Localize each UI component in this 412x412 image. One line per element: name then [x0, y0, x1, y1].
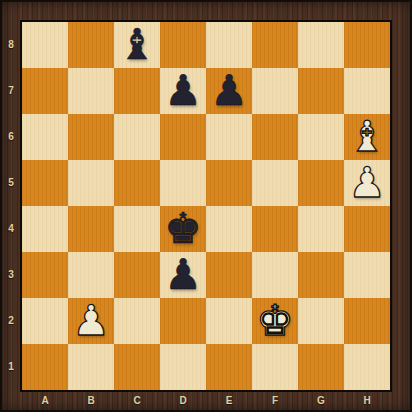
square-a8[interactable]	[22, 22, 68, 68]
piece-white-pawn[interactable]: ♟	[68, 298, 114, 344]
square-b5[interactable]	[68, 160, 114, 206]
square-d4[interactable]: ♚	[160, 206, 206, 252]
piece-white-pawn[interactable]: ♟	[344, 160, 390, 206]
square-g7[interactable]	[298, 68, 344, 114]
square-a2[interactable]	[22, 298, 68, 344]
square-c3[interactable]	[114, 252, 160, 298]
piece-white-king[interactable]: ♚	[252, 298, 298, 344]
square-b8[interactable]	[68, 22, 114, 68]
square-g6[interactable]	[298, 114, 344, 160]
square-c8[interactable]: ♝	[114, 22, 160, 68]
square-a7[interactable]	[22, 68, 68, 114]
square-c7[interactable]	[114, 68, 160, 114]
square-c2[interactable]	[114, 298, 160, 344]
square-f8[interactable]	[252, 22, 298, 68]
square-e3[interactable]	[206, 252, 252, 298]
square-e4[interactable]	[206, 206, 252, 252]
chess-board: ♝♟♟♝♟♚♟♟♚	[20, 20, 392, 392]
chessboard-window: ♝♟♟♝♟♚♟♟♚ 8A7B6C5D4E3F2G1H	[0, 0, 412, 412]
rank-label-8: 8	[2, 22, 20, 68]
rank-label-3: 3	[2, 252, 20, 298]
square-b2[interactable]: ♟	[68, 298, 114, 344]
file-label-g: G	[298, 392, 344, 410]
square-g2[interactable]	[298, 298, 344, 344]
file-label-e: E	[206, 392, 252, 410]
rank-label-7: 7	[2, 68, 20, 114]
rank-label-5: 5	[2, 160, 20, 206]
square-d2[interactable]	[160, 298, 206, 344]
square-c5[interactable]	[114, 160, 160, 206]
square-f5[interactable]	[252, 160, 298, 206]
square-b4[interactable]	[68, 206, 114, 252]
square-d1[interactable]	[160, 344, 206, 390]
square-d8[interactable]	[160, 22, 206, 68]
square-f1[interactable]	[252, 344, 298, 390]
square-a1[interactable]	[22, 344, 68, 390]
rank-label-2: 2	[2, 298, 20, 344]
square-b3[interactable]	[68, 252, 114, 298]
square-h6[interactable]: ♝	[344, 114, 390, 160]
square-c6[interactable]	[114, 114, 160, 160]
square-f3[interactable]	[252, 252, 298, 298]
square-a3[interactable]	[22, 252, 68, 298]
square-h4[interactable]	[344, 206, 390, 252]
square-e1[interactable]	[206, 344, 252, 390]
square-h8[interactable]	[344, 22, 390, 68]
square-f6[interactable]	[252, 114, 298, 160]
wood-frame: ♝♟♟♝♟♚♟♟♚ 8A7B6C5D4E3F2G1H	[2, 2, 410, 410]
piece-white-bishop[interactable]: ♝	[344, 114, 390, 160]
square-f4[interactable]	[252, 206, 298, 252]
square-h7[interactable]	[344, 68, 390, 114]
square-b6[interactable]	[68, 114, 114, 160]
square-d3[interactable]: ♟	[160, 252, 206, 298]
file-label-f: F	[252, 392, 298, 410]
square-e6[interactable]	[206, 114, 252, 160]
piece-black-pawn[interactable]: ♟	[160, 68, 206, 114]
file-label-a: A	[22, 392, 68, 410]
square-e8[interactable]	[206, 22, 252, 68]
piece-black-king[interactable]: ♚	[160, 206, 206, 252]
file-label-c: C	[114, 392, 160, 410]
square-g4[interactable]	[298, 206, 344, 252]
file-label-h: H	[344, 392, 390, 410]
square-h2[interactable]	[344, 298, 390, 344]
piece-black-bishop[interactable]: ♝	[114, 22, 160, 68]
square-a5[interactable]	[22, 160, 68, 206]
square-g3[interactable]	[298, 252, 344, 298]
square-h3[interactable]	[344, 252, 390, 298]
square-h1[interactable]	[344, 344, 390, 390]
square-e5[interactable]	[206, 160, 252, 206]
square-f2[interactable]: ♚	[252, 298, 298, 344]
square-f7[interactable]	[252, 68, 298, 114]
square-b7[interactable]	[68, 68, 114, 114]
square-d6[interactable]	[160, 114, 206, 160]
file-label-d: D	[160, 392, 206, 410]
square-a6[interactable]	[22, 114, 68, 160]
piece-black-pawn[interactable]: ♟	[206, 68, 252, 114]
square-g1[interactable]	[298, 344, 344, 390]
square-d5[interactable]	[160, 160, 206, 206]
square-d7[interactable]: ♟	[160, 68, 206, 114]
square-e7[interactable]: ♟	[206, 68, 252, 114]
square-e2[interactable]	[206, 298, 252, 344]
square-b1[interactable]	[68, 344, 114, 390]
rank-label-1: 1	[2, 344, 20, 390]
square-c1[interactable]	[114, 344, 160, 390]
square-h5[interactable]: ♟	[344, 160, 390, 206]
rank-label-4: 4	[2, 206, 20, 252]
rank-label-6: 6	[2, 114, 20, 160]
file-label-b: B	[68, 392, 114, 410]
piece-black-pawn[interactable]: ♟	[160, 252, 206, 298]
square-g8[interactable]	[298, 22, 344, 68]
square-c4[interactable]	[114, 206, 160, 252]
square-g5[interactable]	[298, 160, 344, 206]
square-a4[interactable]	[22, 206, 68, 252]
